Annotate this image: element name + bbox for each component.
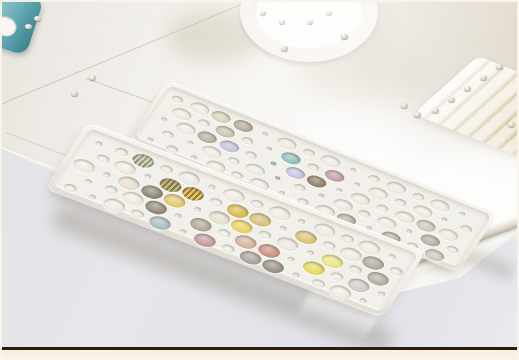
filter-disc (279, 149, 304, 166)
tray-hole (459, 223, 474, 233)
tray-hole (94, 153, 111, 165)
tray-hole (174, 212, 183, 219)
tray-hole (291, 271, 300, 278)
tray-hole (240, 135, 255, 145)
tray-hole (445, 244, 460, 254)
tray-hole (375, 203, 390, 213)
tray-hole (207, 196, 224, 208)
screw (25, 24, 32, 29)
tray-hole (339, 233, 356, 245)
screw (89, 75, 96, 80)
tray-hole (305, 249, 314, 256)
tray-hole (359, 297, 368, 304)
tray-hole (146, 137, 154, 143)
tray-hole (441, 217, 449, 223)
tray-hole (178, 228, 187, 235)
tray-hole (161, 129, 176, 139)
tray-hole (243, 161, 268, 178)
tray-hole (347, 264, 364, 276)
filter-disc (269, 161, 277, 167)
tray-hole (367, 173, 382, 183)
filter-disc (283, 164, 308, 181)
comb-gold-tint (414, 56, 519, 163)
screw (34, 16, 41, 21)
tray-hole (328, 271, 345, 283)
tray-hole (320, 240, 337, 252)
knob-hole (0, 13, 19, 39)
tray-hole (102, 171, 111, 178)
tray-hole (275, 135, 300, 152)
tray-hole (358, 208, 373, 218)
tray-hole (318, 152, 343, 169)
screw (281, 46, 288, 51)
tray-hole (388, 253, 397, 260)
comb-slot-tray (414, 56, 519, 163)
tray-hole (158, 164, 175, 176)
blue-knob (0, 0, 44, 56)
tray-hole (226, 155, 241, 165)
flange-bolt-hole (279, 20, 285, 24)
filter-disc (360, 253, 388, 272)
flange-bolt-hole (260, 11, 266, 15)
filter-disc (274, 175, 282, 181)
tray-hole (244, 149, 259, 159)
screw (401, 103, 408, 108)
filter-disc (116, 173, 144, 192)
tray-hole (84, 178, 93, 185)
tray-hole (310, 277, 327, 289)
tray-hole (317, 193, 325, 199)
tray-hole (411, 191, 426, 201)
photo-frame (0, 0, 519, 360)
tray-hole (129, 208, 146, 220)
flange-bolt-hole (326, 11, 332, 15)
flange-port (240, 0, 378, 62)
tray-hole (393, 197, 408, 207)
tray-hole (220, 243, 237, 255)
tray-hole (301, 147, 316, 157)
screw (508, 122, 515, 127)
film-edge-strip (0, 350, 519, 360)
tray-hole (190, 155, 198, 161)
screw (432, 108, 439, 113)
tray-hole (297, 218, 306, 225)
flange-bolt-hole (307, 20, 313, 24)
screw (414, 112, 421, 117)
tray-hole (279, 225, 288, 232)
filter-disc (209, 108, 234, 125)
tray-hole (458, 211, 466, 217)
screw (480, 75, 487, 80)
tray-hole (353, 182, 361, 188)
tray-hole (287, 256, 296, 263)
filter-disc (232, 232, 260, 251)
tray-hole (113, 146, 130, 158)
screw (464, 86, 471, 91)
tray-hole (306, 161, 321, 171)
tray-hole (220, 186, 248, 205)
tray-hole (207, 183, 216, 190)
screw (71, 91, 78, 96)
filter-disc (414, 217, 439, 234)
tray-hole (388, 266, 405, 278)
panel-seam (0, 0, 270, 105)
tray-hole (61, 182, 78, 194)
tray-hole (94, 140, 103, 147)
tray-hole (261, 132, 269, 138)
tray-hole (70, 156, 98, 175)
tray-hole (173, 120, 198, 137)
tray-hole (405, 228, 413, 234)
tray-hole (292, 182, 307, 192)
tray-hole (186, 140, 194, 146)
tray-hole (160, 117, 168, 123)
tray-hole (335, 187, 343, 193)
tray-hole (193, 206, 202, 213)
screw (448, 97, 455, 102)
tray-hole (196, 117, 211, 127)
tray-hole (170, 94, 185, 104)
tray-hole (265, 146, 273, 152)
tray-hole (143, 173, 152, 180)
tray-hole (215, 227, 232, 239)
tray-hole (257, 229, 274, 241)
tray-hole (249, 198, 266, 210)
tray-hole (349, 167, 357, 173)
tray-hole (377, 290, 386, 297)
tray-hole (88, 193, 97, 200)
screw (496, 64, 503, 69)
tray-hole (102, 184, 119, 196)
screw (341, 34, 348, 39)
